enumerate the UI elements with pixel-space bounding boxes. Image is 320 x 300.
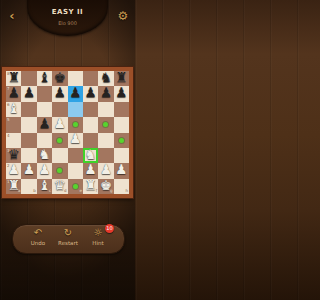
square-d2[interactable] [52, 163, 67, 178]
square-a7[interactable]: 7♟ [6, 86, 21, 101]
white-pawn-c2: ♟ [38, 163, 50, 177]
legal-move-dot-d2[interactable] [57, 168, 62, 173]
black-knight-g8: ♞ [100, 71, 112, 85]
square-a2[interactable]: 2♟ [6, 163, 21, 178]
square-d5[interactable]: ♟ [52, 117, 67, 132]
square-h2[interactable]: ♟ [114, 163, 129, 178]
square-f5[interactable] [83, 117, 98, 132]
white-rook-a1: ♜ [8, 179, 20, 193]
rank-label-6: 6 [7, 103, 10, 107]
restart-label: Restart [53, 240, 83, 246]
square-g5[interactable] [98, 117, 113, 132]
square-d4[interactable] [52, 133, 67, 148]
black-pawn-a7: ♟ [8, 86, 20, 100]
hint-label: Hint [83, 240, 113, 246]
black-bishop-c8: ♝ [38, 71, 50, 85]
square-g8[interactable]: ♞ [98, 71, 113, 86]
undo-label: Undo [23, 240, 53, 246]
square-g1[interactable]: g♚ [98, 179, 113, 194]
square-h3[interactable] [114, 148, 129, 163]
file-label-g: g [110, 189, 113, 193]
white-king-g1: ♚ [100, 179, 112, 193]
bottom-toolbar: ↶ Undo ↻ Restart ☼ Hint 10 [12, 224, 125, 254]
square-b5[interactable] [21, 117, 36, 132]
square-a3[interactable]: 3♛ [6, 148, 21, 163]
settings-gear-icon[interactable]: ⚙ [115, 8, 131, 24]
black-pawn-g7: ♟ [100, 86, 112, 100]
black-pawn-b7: ♟ [23, 86, 35, 100]
square-b6[interactable] [21, 102, 36, 117]
square-g2[interactable]: ♟ [98, 163, 113, 178]
square-e6[interactable] [68, 102, 83, 117]
white-pawn-b2: ♟ [23, 163, 35, 177]
square-f7[interactable]: ♟ [83, 86, 98, 101]
file-label-c: c [49, 189, 51, 193]
square-b2[interactable]: ♟ [21, 163, 36, 178]
chess-board-frame: 8♜♝♚♞♜7♟♟♟♟♟♟♟6♝5♟♟4♟3♛♞♞2♟♟♟♟♟♟1a♜bc♝d♛… [2, 67, 133, 198]
square-a6[interactable]: 6♝ [6, 102, 21, 117]
square-d3[interactable] [52, 148, 67, 163]
rank-label-3: 3 [7, 149, 10, 153]
square-c1[interactable]: c♝ [37, 179, 52, 194]
square-h6[interactable] [114, 102, 129, 117]
square-c6[interactable] [37, 102, 52, 117]
square-g4[interactable] [98, 133, 113, 148]
square-d8[interactable]: ♚ [52, 71, 67, 86]
white-pawn-f2: ♟ [85, 163, 97, 177]
square-h5[interactable] [114, 117, 129, 132]
square-a4[interactable]: 4 [6, 133, 21, 148]
square-e3[interactable] [68, 148, 83, 163]
file-label-a: a [18, 189, 20, 193]
file-label-h: h [125, 189, 128, 193]
square-e7[interactable]: ♟ [68, 86, 83, 101]
square-c3[interactable]: ♞ [37, 148, 52, 163]
square-e4[interactable]: ♟ [68, 133, 83, 148]
square-b1[interactable]: b [21, 179, 36, 194]
legal-move-dot-g5[interactable] [103, 122, 108, 127]
white-pawn-d5: ♟ [54, 117, 66, 131]
square-e8[interactable] [68, 71, 83, 86]
square-d7[interactable]: ♟ [52, 86, 67, 101]
rank-label-4: 4 [7, 134, 10, 138]
white-pawn-g2: ♟ [100, 163, 112, 177]
rank-label-8: 8 [7, 72, 10, 76]
square-d1[interactable]: d♛ [52, 179, 67, 194]
white-knight-c3: ♞ [38, 148, 50, 162]
square-g7[interactable]: ♟ [98, 86, 113, 101]
white-pawn-h2: ♟ [115, 163, 127, 177]
square-d6[interactable] [52, 102, 67, 117]
square-b3[interactable] [21, 148, 36, 163]
square-b4[interactable] [21, 133, 36, 148]
file-label-f: f [96, 189, 97, 193]
rank-label-2: 2 [7, 164, 10, 168]
black-pawn-c5: ♟ [38, 117, 50, 131]
title-plaque [27, 0, 108, 36]
black-pawn-e7: ♟ [69, 86, 81, 100]
restart-icon: ↻ [62, 227, 74, 239]
white-pawn-e4: ♟ [69, 132, 81, 146]
white-queen-d1: ♛ [54, 179, 66, 193]
white-knight-f3: ♞ [85, 148, 97, 162]
white-rook-f1: ♜ [85, 179, 97, 193]
rank-label-7: 7 [7, 87, 10, 91]
restart-button[interactable]: ↻ Restart [53, 227, 83, 251]
file-label-d: d [64, 189, 67, 193]
undo-icon: ↶ [32, 227, 44, 239]
legal-move-dot-d4[interactable] [57, 138, 62, 143]
legal-move-dot-e5[interactable] [73, 122, 78, 127]
square-h1[interactable]: h [114, 179, 129, 194]
white-pawn-a2: ♟ [8, 163, 20, 177]
square-c7[interactable] [37, 86, 52, 101]
undo-button[interactable]: ↶ Undo [23, 227, 53, 251]
black-rook-a8: ♜ [8, 71, 20, 85]
square-c2[interactable]: ♟ [37, 163, 52, 178]
square-h8[interactable]: ♜ [114, 71, 129, 86]
square-c4[interactable] [37, 133, 52, 148]
black-rook-h8: ♜ [115, 71, 127, 85]
square-f8[interactable] [83, 71, 98, 86]
square-e5[interactable] [68, 117, 83, 132]
rank-label-1: 1 [7, 180, 10, 184]
square-c8[interactable]: ♝ [37, 71, 52, 86]
square-g6[interactable] [98, 102, 113, 117]
square-f3[interactable]: ♞ [83, 148, 98, 163]
square-h4[interactable] [114, 133, 129, 148]
square-a8[interactable]: 8♜ [6, 71, 21, 86]
square-c5[interactable]: ♟ [37, 117, 52, 132]
white-bishop-a6: ♝ [8, 102, 20, 116]
legal-move-dot-e1[interactable] [73, 184, 78, 189]
file-label-e: e [79, 189, 81, 193]
black-pawn-h7: ♟ [115, 86, 127, 100]
square-a1[interactable]: 1a♜ [6, 179, 21, 194]
black-pawn-d7: ♟ [54, 86, 66, 100]
square-a5[interactable]: 5 [6, 117, 21, 132]
square-e2[interactable] [68, 163, 83, 178]
black-pawn-f7: ♟ [85, 86, 97, 100]
square-e1[interactable]: e [68, 179, 83, 194]
square-g3[interactable] [98, 148, 113, 163]
square-b7[interactable]: ♟ [21, 86, 36, 101]
rank-label-5: 5 [7, 118, 10, 122]
legal-move-dot-h4[interactable] [119, 138, 124, 143]
hint-count-badge: 10 [105, 224, 114, 233]
black-queen-a3: ♛ [8, 148, 20, 162]
hint-button[interactable]: ☼ Hint 10 [83, 227, 113, 251]
white-bishop-c1: ♝ [38, 179, 50, 193]
file-label-b: b [33, 189, 36, 193]
chess-board[interactable]: 8♜♝♚♞♜7♟♟♟♟♟♟♟6♝5♟♟4♟3♛♞♞2♟♟♟♟♟♟1a♜bc♝d♛… [6, 71, 129, 194]
black-king-d8: ♚ [54, 71, 66, 85]
square-f2[interactable]: ♟ [83, 163, 98, 178]
square-b8[interactable] [21, 71, 36, 86]
square-h7[interactable]: ♟ [114, 86, 129, 101]
hint-icon: ☼ [92, 227, 104, 239]
square-f6[interactable] [83, 102, 98, 117]
square-f1[interactable]: f♜ [83, 179, 98, 194]
square-f4[interactable] [83, 133, 98, 148]
